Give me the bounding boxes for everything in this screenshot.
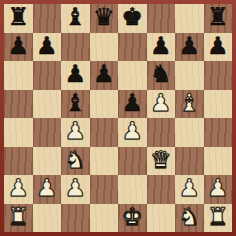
square-b2[interactable]: ♟ (33, 175, 62, 204)
square-e1[interactable]: ♚ (118, 204, 147, 233)
square-f5[interactable]: ♟ (147, 90, 176, 119)
square-g5[interactable]: ♝ (175, 90, 204, 119)
piece-white-pawn[interactable]: ♟ (64, 119, 86, 143)
piece-black-pawn[interactable]: ♟ (150, 34, 172, 58)
square-d2[interactable] (90, 175, 119, 204)
square-h7[interactable]: ♟ (204, 33, 233, 62)
square-h8[interactable]: ♜ (204, 4, 233, 33)
square-c6[interactable]: ♟ (61, 61, 90, 90)
piece-white-pawn[interactable]: ♟ (36, 176, 58, 200)
square-d1[interactable] (90, 204, 119, 233)
square-g8[interactable] (175, 4, 204, 33)
square-b4[interactable] (33, 118, 62, 147)
square-d6[interactable]: ♟ (90, 61, 119, 90)
piece-black-rook[interactable]: ♜ (207, 5, 229, 29)
piece-black-bishop[interactable]: ♝ (64, 5, 86, 29)
piece-white-pawn[interactable]: ♟ (178, 176, 200, 200)
square-f2[interactable] (147, 175, 176, 204)
square-f7[interactable]: ♟ (147, 33, 176, 62)
square-e6[interactable] (118, 61, 147, 90)
square-e5[interactable]: ♟ (118, 90, 147, 119)
piece-black-king[interactable]: ♚ (121, 5, 143, 29)
piece-white-pawn[interactable]: ♟ (121, 119, 143, 143)
square-f8[interactable] (147, 4, 176, 33)
square-g1[interactable]: ♞ (175, 204, 204, 233)
square-a8[interactable]: ♜ (4, 4, 33, 33)
square-c7[interactable] (61, 33, 90, 62)
square-e8[interactable]: ♚ (118, 4, 147, 33)
square-b5[interactable] (33, 90, 62, 119)
piece-white-queen[interactable]: ♛ (150, 148, 172, 172)
square-e4[interactable]: ♟ (118, 118, 147, 147)
square-d7[interactable] (90, 33, 119, 62)
piece-black-pawn[interactable]: ♟ (36, 34, 58, 58)
chess-board: ♜♝♛♚♜♟♟♟♟♟♟♟♞♝♟♟♝♟♟♞♛♟♟♟♟♟♜♚♞♜ (4, 4, 232, 232)
square-a4[interactable] (4, 118, 33, 147)
square-f1[interactable] (147, 204, 176, 233)
piece-white-pawn[interactable]: ♟ (207, 176, 229, 200)
square-b1[interactable] (33, 204, 62, 233)
square-b6[interactable] (33, 61, 62, 90)
square-a5[interactable] (4, 90, 33, 119)
square-a7[interactable]: ♟ (4, 33, 33, 62)
piece-black-pawn[interactable]: ♟ (207, 34, 229, 58)
square-g6[interactable] (175, 61, 204, 90)
square-a1[interactable]: ♜ (4, 204, 33, 233)
square-c3[interactable]: ♞ (61, 147, 90, 176)
piece-white-knight[interactable]: ♞ (178, 205, 200, 229)
square-h4[interactable] (204, 118, 233, 147)
square-f6[interactable]: ♞ (147, 61, 176, 90)
square-e7[interactable] (118, 33, 147, 62)
square-g2[interactable]: ♟ (175, 175, 204, 204)
piece-white-pawn[interactable]: ♟ (64, 176, 86, 200)
piece-white-rook[interactable]: ♜ (207, 205, 229, 229)
square-h6[interactable] (204, 61, 233, 90)
piece-black-pawn[interactable]: ♟ (7, 34, 29, 58)
square-d4[interactable] (90, 118, 119, 147)
piece-black-pawn[interactable]: ♟ (93, 62, 115, 86)
piece-white-pawn[interactable]: ♟ (150, 91, 172, 115)
piece-white-king[interactable]: ♚ (121, 205, 143, 229)
piece-white-bishop[interactable]: ♝ (178, 91, 200, 115)
square-d5[interactable] (90, 90, 119, 119)
square-c8[interactable]: ♝ (61, 4, 90, 33)
piece-white-pawn[interactable]: ♟ (7, 176, 29, 200)
square-c4[interactable]: ♟ (61, 118, 90, 147)
square-f4[interactable] (147, 118, 176, 147)
square-c1[interactable] (61, 204, 90, 233)
square-d8[interactable]: ♛ (90, 4, 119, 33)
square-h5[interactable] (204, 90, 233, 119)
piece-black-knight[interactable]: ♞ (150, 62, 172, 86)
square-g7[interactable]: ♟ (175, 33, 204, 62)
piece-black-pawn[interactable]: ♟ (121, 91, 143, 115)
piece-black-pawn[interactable]: ♟ (64, 62, 86, 86)
square-g3[interactable] (175, 147, 204, 176)
piece-black-bishop[interactable]: ♝ (64, 91, 86, 115)
board-frame: ♜♝♛♚♜♟♟♟♟♟♟♟♞♝♟♟♝♟♟♞♛♟♟♟♟♟♜♚♞♜ (0, 0, 236, 236)
piece-black-pawn[interactable]: ♟ (178, 34, 200, 58)
square-f3[interactable]: ♛ (147, 147, 176, 176)
piece-white-rook[interactable]: ♜ (7, 205, 29, 229)
square-c2[interactable]: ♟ (61, 175, 90, 204)
square-e3[interactable] (118, 147, 147, 176)
square-h1[interactable]: ♜ (204, 204, 233, 233)
square-b7[interactable]: ♟ (33, 33, 62, 62)
square-g4[interactable] (175, 118, 204, 147)
square-a3[interactable] (4, 147, 33, 176)
square-d3[interactable] (90, 147, 119, 176)
square-c5[interactable]: ♝ (61, 90, 90, 119)
square-a6[interactable] (4, 61, 33, 90)
square-b3[interactable] (33, 147, 62, 176)
square-e2[interactable] (118, 175, 147, 204)
square-a2[interactable]: ♟ (4, 175, 33, 204)
piece-white-knight[interactable]: ♞ (64, 148, 86, 172)
square-b8[interactable] (33, 4, 62, 33)
square-h3[interactable] (204, 147, 233, 176)
piece-black-rook[interactable]: ♜ (7, 5, 29, 29)
piece-black-queen[interactable]: ♛ (93, 5, 115, 29)
square-h2[interactable]: ♟ (204, 175, 233, 204)
